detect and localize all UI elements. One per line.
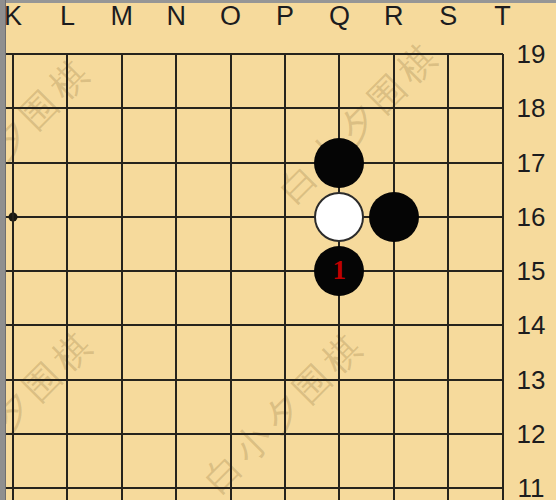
intersection-S19[interactable]	[421, 27, 475, 81]
intersection-Q13[interactable]	[312, 352, 366, 406]
intersection-R13[interactable]	[367, 352, 421, 406]
intersection-L16[interactable]	[40, 190, 94, 244]
intersection-N13[interactable]	[149, 352, 203, 406]
intersection-K11[interactable]	[0, 461, 40, 500]
intersection-S17[interactable]	[421, 135, 475, 189]
intersection-P19[interactable]	[258, 27, 312, 81]
intersection-N18[interactable]	[149, 81, 203, 135]
intersection-M11[interactable]	[95, 461, 149, 500]
intersection-S13[interactable]	[421, 352, 475, 406]
intersection-K19[interactable]	[0, 27, 40, 81]
intersection-P18[interactable]	[258, 81, 312, 135]
col-label-P: P	[276, 1, 294, 32]
intersection-K18[interactable]	[0, 81, 40, 135]
intersection-N12[interactable]	[149, 407, 203, 461]
col-label-M: M	[111, 1, 134, 32]
col-label-Q: Q	[329, 1, 350, 32]
row-label-19: 19	[517, 39, 546, 70]
star-point-K16	[9, 212, 18, 221]
intersection-O15[interactable]	[203, 244, 257, 298]
intersection-L11[interactable]	[40, 461, 94, 500]
intersection-R12[interactable]	[367, 407, 421, 461]
intersection-Q14[interactable]	[312, 298, 366, 352]
window-edge-left	[0, 0, 6, 500]
intersection-L17[interactable]	[40, 135, 94, 189]
row-label-17: 17	[517, 147, 546, 178]
intersection-Q18[interactable]	[312, 81, 366, 135]
intersection-P16[interactable]	[258, 190, 312, 244]
intersection-P13[interactable]	[258, 352, 312, 406]
intersection-N15[interactable]	[149, 244, 203, 298]
stone-black-R16	[369, 192, 419, 242]
intersection-P12[interactable]	[258, 407, 312, 461]
intersection-K14[interactable]	[0, 298, 40, 352]
intersection-M17[interactable]	[95, 135, 149, 189]
intersection-S14[interactable]	[421, 298, 475, 352]
intersection-R18[interactable]	[367, 81, 421, 135]
col-label-S: S	[439, 1, 457, 32]
intersection-S18[interactable]	[421, 81, 475, 135]
intersection-P17[interactable]	[258, 135, 312, 189]
col-label-R: R	[384, 1, 404, 32]
intersection-L14[interactable]	[40, 298, 94, 352]
row-label-18: 18	[517, 93, 546, 124]
intersection-M16[interactable]	[95, 190, 149, 244]
col-label-N: N	[166, 1, 186, 32]
intersection-L12[interactable]	[40, 407, 94, 461]
stone-white-Q16	[314, 192, 364, 242]
intersection-O18[interactable]	[203, 81, 257, 135]
intersection-P14[interactable]	[258, 298, 312, 352]
intersection-N11[interactable]	[149, 461, 203, 500]
row-label-11: 11	[518, 473, 545, 500]
row-label-16: 16	[517, 201, 546, 232]
intersection-O11[interactable]	[203, 461, 257, 500]
col-label-L: L	[60, 1, 75, 32]
intersection-R19[interactable]	[367, 27, 421, 81]
go-board-page: 白小夕围棋白小夕围棋白小夕围棋白小夕围棋 1 KLMNOPQRST 191817…	[0, 0, 556, 500]
intersection-N17[interactable]	[149, 135, 203, 189]
col-label-O: O	[220, 1, 241, 32]
intersection-N19[interactable]	[149, 27, 203, 81]
intersection-K16[interactable]	[0, 190, 40, 244]
intersection-K15[interactable]	[0, 244, 40, 298]
intersection-L13[interactable]	[40, 352, 94, 406]
intersection-O12[interactable]	[203, 407, 257, 461]
intersection-S11[interactable]	[421, 461, 475, 500]
intersection-O14[interactable]	[203, 298, 257, 352]
row-label-13: 13	[517, 364, 546, 395]
intersection-Q12[interactable]	[312, 407, 366, 461]
col-label-K: K	[4, 1, 22, 32]
intersection-S15[interactable]	[421, 244, 475, 298]
move-number-label: 1	[333, 257, 347, 284]
intersection-K17[interactable]	[0, 135, 40, 189]
intersection-L19[interactable]	[40, 27, 94, 81]
intersection-R15[interactable]	[367, 244, 421, 298]
intersection-M19[interactable]	[95, 27, 149, 81]
intersection-O17[interactable]	[203, 135, 257, 189]
intersection-M13[interactable]	[95, 352, 149, 406]
intersection-S12[interactable]	[421, 407, 475, 461]
intersection-P11[interactable]	[258, 461, 312, 500]
stone-black-Q15: 1	[314, 246, 364, 296]
intersection-K13[interactable]	[0, 352, 40, 406]
intersection-O16[interactable]	[203, 190, 257, 244]
window-edge-top	[0, 0, 556, 3]
intersection-R17[interactable]	[367, 135, 421, 189]
intersection-M12[interactable]	[95, 407, 149, 461]
col-label-T: T	[494, 1, 511, 32]
intersection-R11[interactable]	[367, 461, 421, 500]
intersection-O13[interactable]	[203, 352, 257, 406]
intersection-N14[interactable]	[149, 298, 203, 352]
intersection-Q11[interactable]	[312, 461, 366, 500]
intersection-O19[interactable]	[203, 27, 257, 81]
intersection-M15[interactable]	[95, 244, 149, 298]
intersection-R14[interactable]	[367, 298, 421, 352]
intersection-M14[interactable]	[95, 298, 149, 352]
intersection-L18[interactable]	[40, 81, 94, 135]
row-label-14: 14	[517, 310, 546, 341]
intersection-P15[interactable]	[258, 244, 312, 298]
stone-black-Q17	[314, 138, 364, 188]
row-label-12: 12	[517, 418, 546, 449]
intersection-M18[interactable]	[95, 81, 149, 135]
intersection-Q19[interactable]	[312, 27, 366, 81]
intersection-S16[interactable]	[421, 190, 475, 244]
intersection-L15[interactable]	[40, 244, 94, 298]
go-board: 1	[0, 27, 530, 500]
row-label-15: 15	[517, 256, 546, 287]
intersection-K12[interactable]	[0, 407, 40, 461]
intersection-N16[interactable]	[149, 190, 203, 244]
